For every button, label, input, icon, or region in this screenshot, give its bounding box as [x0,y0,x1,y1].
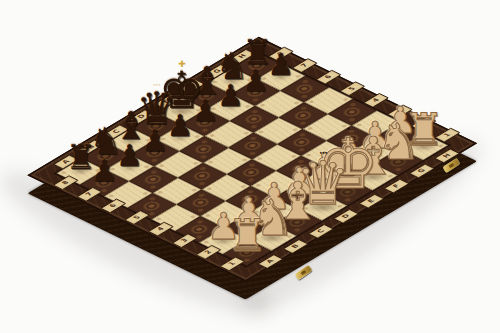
chess-set-photo: AABBCCDDEEFFGGHH8877665544332211 ♜♞♝♛•••… [0,0,500,333]
piece-finial: ••• [153,82,161,88]
piece-finial: ✚ [178,60,185,69]
